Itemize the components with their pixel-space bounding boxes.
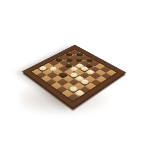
board-scene	[38, 36, 110, 108]
board-grid	[32, 49, 117, 101]
checkers-board	[23, 45, 125, 108]
product-photo-stage	[0, 0, 150, 150]
